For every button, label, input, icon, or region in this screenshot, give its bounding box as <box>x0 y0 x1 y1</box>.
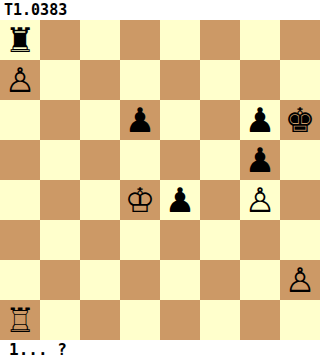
square-d2[interactable] <box>120 260 160 300</box>
square-b3[interactable] <box>40 220 80 260</box>
square-a5[interactable] <box>0 140 40 180</box>
square-c2[interactable] <box>80 260 120 300</box>
square-f3[interactable] <box>200 220 240 260</box>
square-c7[interactable] <box>80 60 120 100</box>
square-e7[interactable] <box>160 60 200 100</box>
square-d6[interactable]: ♟ <box>120 100 160 140</box>
square-f1[interactable] <box>200 300 240 340</box>
square-e4[interactable]: ♟ <box>160 180 200 220</box>
piece-black-king[interactable]: ♚ <box>280 100 320 140</box>
piece-black-pawn[interactable]: ♟ <box>120 100 160 140</box>
square-b4[interactable] <box>40 180 80 220</box>
square-a7[interactable]: ♙ <box>0 60 40 100</box>
piece-black-pawn[interactable]: ♟ <box>160 180 200 220</box>
square-d8[interactable] <box>120 20 160 60</box>
square-a3[interactable] <box>0 220 40 260</box>
chess-diagram: T1.0383 ♜♙♟♟♚♟♔♟♙♙♖ 1... ? <box>0 0 320 360</box>
square-c3[interactable] <box>80 220 120 260</box>
square-b5[interactable] <box>40 140 80 180</box>
square-h7[interactable] <box>280 60 320 100</box>
square-g8[interactable] <box>240 20 280 60</box>
square-e2[interactable] <box>160 260 200 300</box>
piece-white-pawn[interactable]: ♙ <box>280 260 320 300</box>
piece-black-pawn[interactable]: ♟ <box>240 140 280 180</box>
square-a4[interactable] <box>0 180 40 220</box>
square-f2[interactable] <box>200 260 240 300</box>
square-d3[interactable] <box>120 220 160 260</box>
square-f6[interactable] <box>200 100 240 140</box>
piece-black-rook[interactable]: ♜ <box>0 20 40 60</box>
square-c1[interactable] <box>80 300 120 340</box>
square-d7[interactable] <box>120 60 160 100</box>
square-c8[interactable] <box>80 20 120 60</box>
square-g3[interactable] <box>240 220 280 260</box>
square-h3[interactable] <box>280 220 320 260</box>
square-h8[interactable] <box>280 20 320 60</box>
square-b8[interactable] <box>40 20 80 60</box>
square-b6[interactable] <box>40 100 80 140</box>
square-h5[interactable] <box>280 140 320 180</box>
piece-black-pawn[interactable]: ♟ <box>240 100 280 140</box>
square-a8[interactable]: ♜ <box>0 20 40 60</box>
square-f8[interactable] <box>200 20 240 60</box>
square-g7[interactable] <box>240 60 280 100</box>
square-h4[interactable] <box>280 180 320 220</box>
square-d5[interactable] <box>120 140 160 180</box>
square-a1[interactable]: ♖ <box>0 300 40 340</box>
square-e5[interactable] <box>160 140 200 180</box>
square-a6[interactable] <box>0 100 40 140</box>
square-f5[interactable] <box>200 140 240 180</box>
square-g6[interactable]: ♟ <box>240 100 280 140</box>
square-e8[interactable] <box>160 20 200 60</box>
square-d1[interactable] <box>120 300 160 340</box>
square-a2[interactable] <box>0 260 40 300</box>
square-h6[interactable]: ♚ <box>280 100 320 140</box>
square-c6[interactable] <box>80 100 120 140</box>
square-e3[interactable] <box>160 220 200 260</box>
square-b1[interactable] <box>40 300 80 340</box>
square-e6[interactable] <box>160 100 200 140</box>
move-prompt: 1... ? <box>0 340 320 360</box>
piece-white-rook[interactable]: ♖ <box>0 300 40 340</box>
square-f7[interactable] <box>200 60 240 100</box>
square-b2[interactable] <box>40 260 80 300</box>
square-g5[interactable]: ♟ <box>240 140 280 180</box>
square-h2[interactable]: ♙ <box>280 260 320 300</box>
square-e1[interactable] <box>160 300 200 340</box>
square-b7[interactable] <box>40 60 80 100</box>
square-h1[interactable] <box>280 300 320 340</box>
diagram-title: T1.0383 <box>0 0 320 20</box>
square-c5[interactable] <box>80 140 120 180</box>
piece-white-pawn[interactable]: ♙ <box>0 60 40 100</box>
square-g2[interactable] <box>240 260 280 300</box>
square-g4[interactable]: ♙ <box>240 180 280 220</box>
chess-board: ♜♙♟♟♚♟♔♟♙♙♖ <box>0 20 320 340</box>
square-g1[interactable] <box>240 300 280 340</box>
square-d4[interactable]: ♔ <box>120 180 160 220</box>
piece-white-king[interactable]: ♔ <box>120 180 160 220</box>
piece-white-pawn[interactable]: ♙ <box>240 180 280 220</box>
square-f4[interactable] <box>200 180 240 220</box>
square-c4[interactable] <box>80 180 120 220</box>
